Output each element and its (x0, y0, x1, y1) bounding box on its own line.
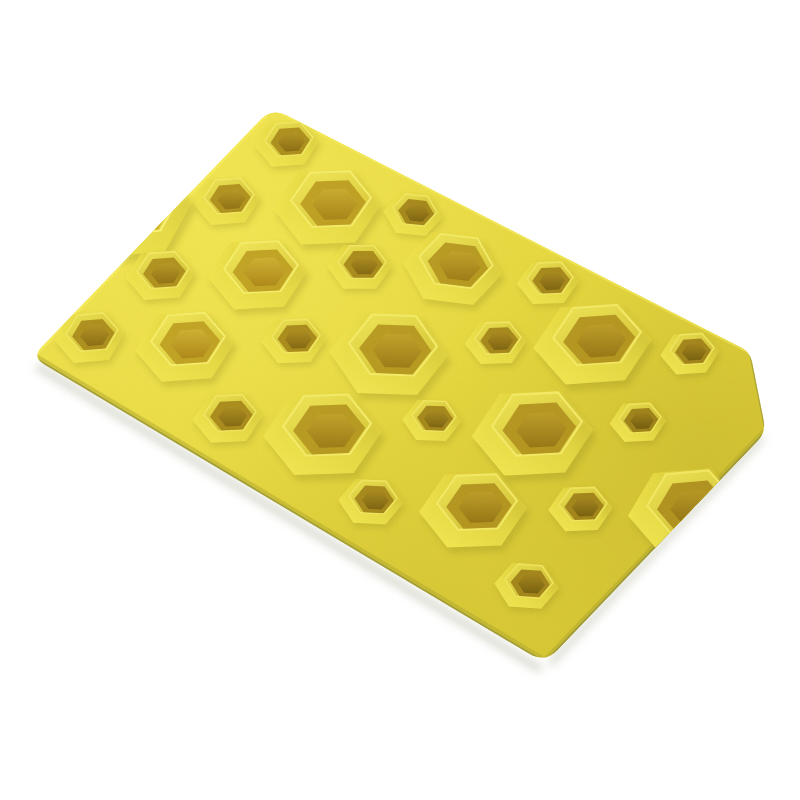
product-photo (0, 0, 800, 800)
mold-tray-illustration (0, 0, 800, 800)
mold-tray (0, 0, 800, 800)
